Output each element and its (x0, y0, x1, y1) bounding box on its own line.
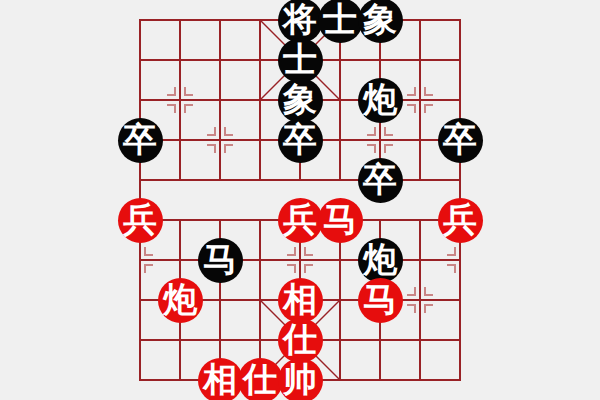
piece-black-elephant[interactable]: 象 (358, 0, 403, 43)
piece-glyph: 马 (363, 282, 397, 316)
piece-glyph: 兵 (443, 202, 477, 236)
piece-red-horse[interactable]: 马 (318, 198, 363, 243)
piece-glyph: 帅 (283, 362, 317, 396)
piece-red-soldier[interactable]: 兵 (118, 198, 163, 243)
piece-red-advisor[interactable]: 仕 (238, 358, 283, 400)
piece-glyph: 卒 (283, 122, 317, 156)
piece-glyph: 马 (323, 202, 357, 236)
piece-glyph: 卒 (363, 162, 397, 196)
piece-black-elephant[interactable]: 象 (278, 78, 323, 123)
piece-glyph: 炮 (363, 82, 397, 116)
piece-black-horse[interactable]: 马 (198, 238, 243, 283)
piece-red-advisor[interactable]: 仕 (278, 318, 323, 363)
piece-red-horse[interactable]: 马 (358, 278, 403, 323)
piece-black-advisor[interactable]: 士 (278, 38, 323, 83)
piece-red-soldier[interactable]: 兵 (438, 198, 483, 243)
piece-glyph: 炮 (163, 282, 197, 316)
piece-glyph: 仕 (283, 322, 317, 356)
piece-black-soldier[interactable]: 卒 (358, 158, 403, 203)
piece-red-soldier[interactable]: 兵 (278, 198, 323, 243)
piece-black-general[interactable]: 将 (278, 0, 323, 43)
piece-glyph: 将 (283, 2, 317, 36)
piece-red-cannon[interactable]: 炮 (158, 278, 203, 323)
piece-black-soldier[interactable]: 卒 (438, 118, 483, 163)
piece-black-advisor[interactable]: 士 (318, 0, 363, 43)
piece-red-elephant[interactable]: 相 (278, 278, 323, 323)
piece-red-general[interactable]: 帅 (278, 358, 323, 400)
piece-black-soldier[interactable]: 卒 (278, 118, 323, 163)
piece-glyph: 象 (363, 2, 397, 36)
pieces-layer: 将士象士象炮卒卒卒卒马炮兵兵马兵炮相马仕相仕帅 (0, 0, 600, 400)
piece-glyph: 相 (203, 362, 237, 396)
piece-glyph: 兵 (123, 202, 157, 236)
piece-glyph: 象 (283, 82, 317, 116)
piece-red-elephant[interactable]: 相 (198, 358, 243, 400)
piece-glyph: 卒 (443, 122, 477, 156)
xiangqi-app: 将士象士象炮卒卒卒卒马炮兵兵马兵炮相马仕相仕帅 (0, 0, 600, 400)
piece-glyph: 士 (283, 42, 317, 76)
piece-black-cannon[interactable]: 炮 (358, 78, 403, 123)
piece-glyph: 炮 (363, 242, 397, 276)
piece-black-cannon[interactable]: 炮 (358, 238, 403, 283)
piece-glyph: 兵 (283, 202, 317, 236)
piece-glyph: 仕 (243, 362, 277, 396)
piece-glyph: 士 (323, 2, 357, 36)
piece-glyph: 马 (203, 242, 237, 276)
piece-glyph: 卒 (123, 122, 157, 156)
piece-black-soldier[interactable]: 卒 (118, 118, 163, 163)
piece-glyph: 相 (283, 282, 317, 316)
